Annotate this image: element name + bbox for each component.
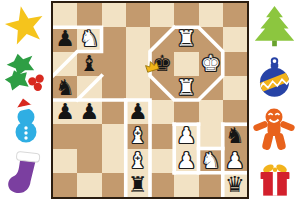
square-h2[interactable]: ♟ [223, 149, 247, 173]
square-e1[interactable] [150, 173, 174, 197]
square-g8[interactable] [199, 3, 223, 27]
black-king-e6[interactable]: ♚ [152, 53, 172, 75]
square-f4[interactable] [174, 100, 198, 124]
square-a5[interactable]: ♞ [53, 76, 77, 100]
square-a8[interactable] [53, 3, 77, 27]
board-grid: ♟♞♜♝♚♚♞♜♟♟♟♝♟♞♝♟♞♟♜♛ [53, 3, 247, 197]
black-pawn-a4[interactable]: ♟ [55, 101, 75, 123]
white-pawn-f2[interactable]: ♟ [177, 150, 197, 172]
square-a6[interactable] [53, 52, 77, 76]
square-d1[interactable]: ♜ [126, 173, 150, 197]
black-bishop-b6[interactable]: ♝ [80, 53, 100, 75]
square-a7[interactable]: ♟ [53, 27, 77, 51]
square-h4[interactable] [223, 100, 247, 124]
white-bishop-d3[interactable]: ♝ [128, 125, 148, 147]
black-pawn-a7[interactable]: ♟ [55, 28, 75, 50]
black-knight-h3[interactable]: ♞ [225, 125, 245, 147]
square-d5[interactable] [126, 76, 150, 100]
square-f8[interactable] [174, 3, 198, 27]
square-d2[interactable]: ♝ [126, 149, 150, 173]
square-a2[interactable] [53, 149, 77, 173]
square-c2[interactable] [102, 149, 126, 173]
square-f6[interactable] [174, 52, 198, 76]
square-b7[interactable]: ♞ [77, 27, 101, 51]
square-f2[interactable]: ♟ [174, 149, 198, 173]
holly-icon [3, 52, 47, 96]
square-e6[interactable]: ♚ [150, 52, 174, 76]
square-b2[interactable] [77, 149, 101, 173]
tree-icon [252, 5, 297, 50]
square-g7[interactable] [199, 27, 223, 51]
ornament-icon [252, 55, 297, 100]
square-g3[interactable] [199, 124, 223, 148]
black-knight-a5[interactable]: ♞ [55, 77, 75, 99]
white-pawn-f3[interactable]: ♟ [177, 125, 197, 147]
white-rook-f5[interactable]: ♜ [177, 77, 197, 99]
gingerbread-icon [250, 106, 298, 154]
square-a4[interactable]: ♟ [53, 100, 77, 124]
black-rook-d1[interactable]: ♜ [128, 174, 148, 196]
white-bishop-d2[interactable]: ♝ [128, 150, 148, 172]
christmas-chess-card: ♟♞♜♝♚♚♞♜♟♟♟♝♟♞♝♟♞♟♜♛ [0, 0, 300, 200]
square-e5[interactable] [150, 76, 174, 100]
square-d4[interactable]: ♟ [126, 100, 150, 124]
square-b6[interactable]: ♝ [77, 52, 101, 76]
square-g5[interactable] [199, 76, 223, 100]
square-d8[interactable] [126, 3, 150, 27]
white-knight-g2[interactable]: ♞ [201, 150, 221, 172]
square-c4[interactable] [102, 100, 126, 124]
square-d6[interactable] [126, 52, 150, 76]
square-e4[interactable] [150, 100, 174, 124]
black-queen-h1[interactable]: ♛ [225, 174, 245, 196]
square-g4[interactable] [199, 100, 223, 124]
black-pawn-d4[interactable]: ♟ [128, 101, 148, 123]
square-h6[interactable] [223, 52, 247, 76]
square-b5[interactable] [77, 76, 101, 100]
square-h8[interactable] [223, 3, 247, 27]
square-c8[interactable] [102, 3, 126, 27]
square-h7[interactable] [223, 27, 247, 51]
square-h3[interactable]: ♞ [223, 124, 247, 148]
snowman-icon [2, 96, 50, 144]
square-e2[interactable] [150, 149, 174, 173]
star-icon [3, 4, 47, 48]
chess-board: ♟♞♜♝♚♚♞♜♟♟♟♝♟♞♝♟♞♟♜♛ [51, 1, 249, 199]
square-c6[interactable] [102, 52, 126, 76]
white-pawn-h2[interactable]: ♟ [225, 150, 245, 172]
square-c5[interactable] [102, 76, 126, 100]
square-b3[interactable] [77, 124, 101, 148]
square-e8[interactable] [150, 3, 174, 27]
square-d3[interactable]: ♝ [126, 124, 150, 148]
white-knight-b7[interactable]: ♞ [80, 28, 100, 50]
square-e3[interactable] [150, 124, 174, 148]
square-h5[interactable] [223, 76, 247, 100]
white-rook-f7[interactable]: ♜ [177, 28, 197, 50]
black-pawn-b4[interactable]: ♟ [80, 101, 100, 123]
square-g6[interactable]: ♚ [199, 52, 223, 76]
square-b4[interactable]: ♟ [77, 100, 101, 124]
square-d7[interactable] [126, 27, 150, 51]
square-c7[interactable] [102, 27, 126, 51]
square-c1[interactable] [102, 173, 126, 197]
square-h1[interactable]: ♛ [223, 173, 247, 197]
stocking-icon [2, 148, 50, 196]
square-a3[interactable] [53, 124, 77, 148]
square-a1[interactable] [53, 173, 77, 197]
square-f3[interactable]: ♟ [174, 124, 198, 148]
square-g1[interactable] [199, 173, 223, 197]
square-e7[interactable] [150, 27, 174, 51]
square-g2[interactable]: ♞ [199, 149, 223, 173]
square-b8[interactable] [77, 3, 101, 27]
square-b1[interactable] [77, 173, 101, 197]
square-f7[interactable]: ♜ [174, 27, 198, 51]
square-f5[interactable]: ♜ [174, 76, 198, 100]
square-f1[interactable] [174, 173, 198, 197]
square-c3[interactable] [102, 124, 126, 148]
white-king-g6[interactable]: ♚ [201, 53, 221, 75]
gift-icon [254, 158, 296, 200]
